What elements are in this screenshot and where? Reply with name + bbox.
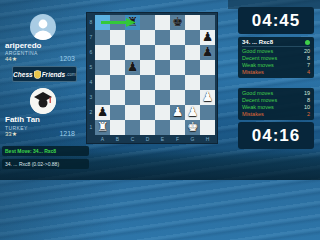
rank-labels: 87654321 bbox=[87, 15, 95, 135]
square-b1[interactable] bbox=[110, 120, 125, 135]
black-pawn: ♟ bbox=[125, 60, 140, 75]
stat-label: Good moves bbox=[242, 90, 273, 97]
square-e3[interactable] bbox=[155, 90, 170, 105]
stat-value: 4 bbox=[307, 69, 310, 76]
good-move-dot-icon bbox=[305, 40, 310, 45]
square-c3[interactable] bbox=[125, 90, 140, 105]
played-move-eval: 34. ... Rxc8 (0.02->0.88) bbox=[2, 159, 89, 169]
avatar-top-player[interactable] bbox=[30, 14, 56, 40]
square-f1[interactable] bbox=[170, 120, 185, 135]
square-e6[interactable] bbox=[155, 45, 170, 60]
square-a5[interactable] bbox=[95, 60, 110, 75]
bottom-player-name[interactable]: Fatih Tan bbox=[5, 115, 40, 124]
black-king: ♚ bbox=[170, 15, 185, 30]
bottom-player-rating: 1218 bbox=[59, 130, 75, 137]
square-c8[interactable]: ♜ bbox=[125, 15, 140, 30]
square-c2[interactable] bbox=[125, 105, 140, 120]
square-b6[interactable] bbox=[110, 45, 125, 60]
square-b8[interactable] bbox=[110, 15, 125, 30]
top-player-medals: 44★ bbox=[5, 55, 17, 62]
stat-value: 8 bbox=[307, 55, 310, 62]
logo-text-left: Chess bbox=[13, 71, 33, 78]
chessfriends-logo[interactable]: Chess Friends .com bbox=[12, 66, 77, 82]
square-d5[interactable] bbox=[140, 60, 155, 75]
stat-value: 10 bbox=[304, 104, 310, 111]
avatar-bottom-player[interactable] bbox=[30, 88, 56, 114]
stat-label: Decent moves bbox=[242, 97, 277, 104]
white-pawn: ♟ bbox=[185, 105, 200, 120]
square-c1[interactable] bbox=[125, 120, 140, 135]
square-a4[interactable] bbox=[95, 75, 110, 90]
stat-value: 19 bbox=[304, 90, 310, 97]
logo-text-right: Friends bbox=[42, 71, 65, 78]
square-b3[interactable] bbox=[110, 90, 125, 105]
stat-value: 20 bbox=[304, 48, 310, 55]
stat-label: Mistakes bbox=[242, 69, 264, 76]
bottom-player-clock: 04:16 bbox=[238, 122, 314, 149]
white-pawn: ♟ bbox=[200, 90, 215, 105]
square-h7[interactable]: ♟ bbox=[200, 30, 215, 45]
chess-board[interactable]: ♜♚♟♟♟♟♟♟♟♜♚ bbox=[95, 15, 215, 135]
bottom-player-medals: 33★ bbox=[5, 130, 17, 137]
top-player-clock: 04:45 bbox=[238, 7, 314, 34]
square-f6[interactable] bbox=[170, 45, 185, 60]
square-d7[interactable] bbox=[140, 30, 155, 45]
stat-label: Good moves bbox=[242, 48, 273, 55]
white-rook: ♜ bbox=[95, 120, 110, 135]
stat-label: Weak moves bbox=[242, 104, 274, 111]
top-stats-panel: 34. ... Rxc8 Good moves20 Decent moves8 … bbox=[238, 37, 314, 78]
square-f7[interactable] bbox=[170, 30, 185, 45]
square-f2[interactable]: ♟ bbox=[170, 105, 185, 120]
square-c4[interactable] bbox=[125, 75, 140, 90]
square-d4[interactable] bbox=[140, 75, 155, 90]
square-c6[interactable] bbox=[125, 45, 140, 60]
square-a2[interactable]: ♟ bbox=[95, 105, 110, 120]
top-stats-move: 34. ... Rxc8 bbox=[242, 39, 273, 45]
square-e7[interactable] bbox=[155, 30, 170, 45]
square-h8[interactable] bbox=[200, 15, 215, 30]
stat-value: 7 bbox=[307, 62, 310, 69]
default-person-icon bbox=[30, 14, 56, 40]
square-b2[interactable] bbox=[110, 105, 125, 120]
black-pawn: ♟ bbox=[200, 30, 215, 45]
square-d1[interactable] bbox=[140, 120, 155, 135]
graduation-cap-icon bbox=[30, 88, 56, 114]
shield-icon bbox=[34, 70, 41, 79]
square-g6[interactable] bbox=[185, 45, 200, 60]
square-a1[interactable]: ♜ bbox=[95, 120, 110, 135]
square-f4[interactable] bbox=[170, 75, 185, 90]
square-g7[interactable] bbox=[185, 30, 200, 45]
square-d3[interactable] bbox=[140, 90, 155, 105]
square-a6[interactable] bbox=[95, 45, 110, 60]
square-c5[interactable]: ♟ bbox=[125, 60, 140, 75]
square-g2[interactable]: ♟ bbox=[185, 105, 200, 120]
black-pawn: ♟ bbox=[200, 45, 215, 60]
square-f5[interactable] bbox=[170, 60, 185, 75]
square-g3[interactable] bbox=[185, 90, 200, 105]
square-e8[interactable] bbox=[155, 15, 170, 30]
square-g4[interactable] bbox=[185, 75, 200, 90]
logo-tld: .com bbox=[66, 72, 76, 77]
stat-label: Decent moves bbox=[242, 55, 277, 62]
stat-label: Weak moves bbox=[242, 62, 274, 69]
square-g5[interactable] bbox=[185, 60, 200, 75]
square-h2[interactable] bbox=[200, 105, 215, 120]
square-c7[interactable] bbox=[125, 30, 140, 45]
best-move-text: Best Move: 34... Rxc8 bbox=[2, 146, 89, 156]
stat-value: 8 bbox=[307, 97, 310, 104]
square-h5[interactable] bbox=[200, 60, 215, 75]
chess-board-frame: 87654321 ♜♚♟♟♟♟♟♟♟♜♚ ABCDEFGH bbox=[86, 12, 218, 144]
square-e4[interactable] bbox=[155, 75, 170, 90]
square-g1[interactable]: ♚ bbox=[185, 120, 200, 135]
square-a3[interactable] bbox=[95, 90, 110, 105]
square-h1[interactable] bbox=[200, 120, 215, 135]
square-b4[interactable] bbox=[110, 75, 125, 90]
square-e2[interactable] bbox=[155, 105, 170, 120]
stat-value: 2 bbox=[307, 111, 310, 118]
best-move-panel: Best Move: 34... Rxc8 34. ... Rxc8 (0.02… bbox=[2, 146, 89, 172]
square-h3[interactable]: ♟ bbox=[200, 90, 215, 105]
square-f8[interactable]: ♚ bbox=[170, 15, 185, 30]
square-e1[interactable] bbox=[155, 120, 170, 135]
square-a7[interactable] bbox=[95, 30, 110, 45]
white-king: ♚ bbox=[185, 120, 200, 135]
square-d8[interactable] bbox=[140, 15, 155, 30]
top-player-name[interactable]: ariperedo bbox=[5, 41, 41, 50]
square-h4[interactable] bbox=[200, 75, 215, 90]
stat-label: Mistakes bbox=[242, 111, 264, 118]
square-g8[interactable] bbox=[185, 15, 200, 30]
square-h6[interactable]: ♟ bbox=[200, 45, 215, 60]
bottom-stats-panel: Good moves19 Decent moves8 Weak moves10 … bbox=[238, 88, 314, 120]
file-labels: ABCDEFGH bbox=[95, 135, 215, 143]
square-b5[interactable] bbox=[110, 60, 125, 75]
black-pawn: ♟ bbox=[95, 105, 110, 120]
square-d2[interactable] bbox=[140, 105, 155, 120]
square-f3[interactable] bbox=[170, 90, 185, 105]
square-b7[interactable] bbox=[110, 30, 125, 45]
square-e5[interactable] bbox=[155, 60, 170, 75]
square-d6[interactable] bbox=[140, 45, 155, 60]
top-player-rating: 1203 bbox=[59, 55, 75, 62]
white-pawn: ♟ bbox=[170, 105, 185, 120]
square-a8[interactable] bbox=[95, 15, 110, 30]
black-rook: ♜ bbox=[125, 15, 140, 30]
